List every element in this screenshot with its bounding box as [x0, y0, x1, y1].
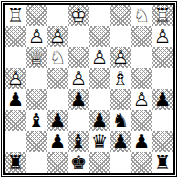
square-h5[interactable]: ♟ — [5, 89, 26, 110]
square-d8[interactable] — [89, 152, 110, 173]
square-c2[interactable] — [110, 26, 131, 47]
white-knight: ♘ — [131, 5, 152, 26]
white-pawn-fill: ♟ — [110, 47, 131, 68]
black-pawn: ♟ — [68, 89, 89, 110]
white-pawn: ♙ — [5, 68, 26, 89]
square-b4[interactable] — [131, 68, 152, 89]
white-pawn: ♙ — [89, 47, 110, 68]
square-h7[interactable] — [5, 131, 26, 152]
black-king: ♚ — [68, 152, 89, 173]
square-d3[interactable]: ♟♙ — [89, 47, 110, 68]
square-a2[interactable]: ♟♙ — [152, 26, 173, 47]
white-king-fill: ♚ — [68, 5, 89, 26]
square-c3[interactable]: ♟♙ — [110, 47, 131, 68]
black-pawn: ♟ — [131, 131, 152, 152]
white-pawn-fill: ♟ — [26, 26, 47, 47]
white-pawn-fill: ♟ — [131, 89, 152, 110]
white-pawn: ♙ — [131, 89, 152, 110]
square-f2[interactable]: ♟♙ — [47, 26, 68, 47]
square-f5[interactable] — [47, 89, 68, 110]
white-pawn: ♙ — [110, 47, 131, 68]
square-f3[interactable]: ♞♘ — [47, 47, 68, 68]
square-e5[interactable]: ♟ — [68, 89, 89, 110]
white-pawn-fill: ♟ — [89, 47, 110, 68]
square-e6[interactable] — [68, 110, 89, 131]
white-pawn: ♙ — [152, 26, 173, 47]
square-d5[interactable] — [89, 89, 110, 110]
black-queen: ♛ — [89, 131, 110, 152]
square-g4[interactable] — [26, 68, 47, 89]
white-queen-fill: ♛ — [26, 47, 47, 68]
black-pawn: ♟ — [89, 110, 110, 131]
black-pawn: ♟ — [110, 131, 131, 152]
square-f1[interactable] — [47, 5, 68, 26]
white-knight-fill: ♞ — [131, 5, 152, 26]
black-pawn: ♟ — [47, 110, 68, 131]
square-d4[interactable] — [89, 68, 110, 89]
white-pawn-fill: ♟ — [5, 68, 26, 89]
square-c5[interactable] — [110, 89, 131, 110]
square-c4[interactable]: ♝♗ — [110, 68, 131, 89]
square-f4[interactable] — [47, 68, 68, 89]
square-g7[interactable] — [26, 131, 47, 152]
square-d1[interactable] — [89, 5, 110, 26]
square-b3[interactable] — [131, 47, 152, 68]
square-b8[interactable] — [131, 152, 152, 173]
square-h1[interactable]: ♜♖ — [5, 5, 26, 26]
white-knight-fill: ♞ — [47, 47, 68, 68]
white-king: ♔ — [68, 5, 89, 26]
black-bishop: ♝ — [26, 110, 47, 131]
square-e8[interactable]: ♚ — [68, 152, 89, 173]
square-a7[interactable] — [152, 131, 173, 152]
white-pawn-fill: ♟ — [47, 26, 68, 47]
white-pawn-fill: ♟ — [152, 26, 173, 47]
square-c8[interactable] — [110, 152, 131, 173]
square-e1[interactable]: ♚♔ — [68, 5, 89, 26]
white-pawn: ♙ — [68, 68, 89, 89]
square-e7[interactable]: ♝ — [68, 131, 89, 152]
square-a3[interactable] — [152, 47, 173, 68]
square-a4[interactable] — [152, 68, 173, 89]
square-a8[interactable]: ♜ — [152, 152, 173, 173]
square-g2[interactable]: ♟♙ — [26, 26, 47, 47]
square-g5[interactable] — [26, 89, 47, 110]
black-pawn: ♟ — [5, 89, 26, 110]
square-c6[interactable]: ♞ — [110, 110, 131, 131]
square-f6[interactable]: ♟ — [47, 110, 68, 131]
white-pawn: ♙ — [26, 26, 47, 47]
square-d7[interactable]: ♛ — [89, 131, 110, 152]
black-rook: ♜ — [5, 152, 26, 173]
square-a6[interactable] — [152, 110, 173, 131]
square-f8[interactable] — [47, 152, 68, 173]
square-b5[interactable]: ♟♙ — [131, 89, 152, 110]
white-pawn-fill: ♟ — [68, 68, 89, 89]
white-rook-fill: ♜ — [5, 5, 26, 26]
chess-board: ♜♖♚♔♞♘♜♖♟♙♟♙♟♙♛♕♞♘♟♙♟♙♟♙♟♙♝♗♟♟♟♙♟♝♟♟♞♟♝♛… — [3, 3, 175, 175]
white-queen: ♕ — [26, 47, 47, 68]
white-rook: ♖ — [5, 5, 26, 26]
square-b2[interactable] — [131, 26, 152, 47]
black-bishop: ♝ — [68, 131, 89, 152]
square-c7[interactable]: ♟ — [110, 131, 131, 152]
white-bishop-fill: ♝ — [110, 68, 131, 89]
square-c1[interactable] — [110, 5, 131, 26]
square-e3[interactable] — [68, 47, 89, 68]
square-h2[interactable] — [5, 26, 26, 47]
square-d6[interactable]: ♟ — [89, 110, 110, 131]
chess-diagram-frame: ♜♖♚♔♞♘♜♖♟♙♟♙♟♙♛♕♞♘♟♙♟♙♟♙♟♙♝♗♟♟♟♙♟♝♟♟♞♟♝♛… — [1, 1, 177, 177]
black-knight: ♞ — [110, 110, 131, 131]
black-pawn: ♟ — [152, 89, 173, 110]
square-g3[interactable]: ♛♕ — [26, 47, 47, 68]
black-rook: ♜ — [152, 152, 173, 173]
square-h3[interactable] — [5, 47, 26, 68]
square-h8[interactable]: ♜ — [5, 152, 26, 173]
square-b6[interactable] — [131, 110, 152, 131]
square-b7[interactable]: ♟ — [131, 131, 152, 152]
square-g8[interactable] — [26, 152, 47, 173]
square-d2[interactable] — [89, 26, 110, 47]
white-bishop: ♗ — [110, 68, 131, 89]
square-h6[interactable] — [5, 110, 26, 131]
white-rook: ♖ — [152, 5, 173, 26]
square-f7[interactable]: ♟ — [47, 131, 68, 152]
square-a5[interactable]: ♟ — [152, 89, 173, 110]
square-e2[interactable] — [68, 26, 89, 47]
white-pawn: ♙ — [47, 26, 68, 47]
square-g6[interactable]: ♝ — [26, 110, 47, 131]
square-h4[interactable]: ♟♙ — [5, 68, 26, 89]
square-g1[interactable] — [26, 5, 47, 26]
square-e4[interactable]: ♟♙ — [68, 68, 89, 89]
square-b1[interactable]: ♞♘ — [131, 5, 152, 26]
white-knight: ♘ — [47, 47, 68, 68]
black-pawn: ♟ — [47, 131, 68, 152]
square-a1[interactable]: ♜♖ — [152, 5, 173, 26]
white-rook-fill: ♜ — [152, 5, 173, 26]
